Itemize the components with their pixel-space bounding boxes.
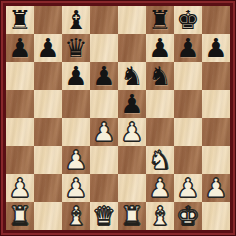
square-c5[interactable] bbox=[62, 90, 90, 118]
square-f1[interactable]: ♝ bbox=[146, 202, 174, 230]
square-d8[interactable] bbox=[90, 6, 118, 34]
piece-white-pawn[interactable]: ♟ bbox=[62, 146, 90, 174]
piece-white-pawn[interactable]: ♟ bbox=[174, 174, 202, 202]
square-e3[interactable] bbox=[118, 146, 146, 174]
square-b5[interactable] bbox=[34, 90, 62, 118]
square-d6[interactable]: ♟ bbox=[90, 62, 118, 90]
square-f6[interactable]: ♞ bbox=[146, 62, 174, 90]
square-e1[interactable]: ♜ bbox=[118, 202, 146, 230]
square-b6[interactable] bbox=[34, 62, 62, 90]
chess-board: ♜♝♜♚♟♟♛♟♟♟♟♟♞♞♟♟♟♟♞♟♟♟♟♟♜♝♛♜♝♚ bbox=[6, 6, 230, 230]
piece-white-pawn[interactable]: ♟ bbox=[62, 174, 90, 202]
square-h4[interactable] bbox=[202, 118, 230, 146]
piece-black-rook[interactable]: ♜ bbox=[146, 6, 174, 34]
square-b2[interactable] bbox=[34, 174, 62, 202]
square-a4[interactable] bbox=[6, 118, 34, 146]
square-b7[interactable]: ♟ bbox=[34, 34, 62, 62]
square-h7[interactable]: ♟ bbox=[202, 34, 230, 62]
square-g4[interactable] bbox=[174, 118, 202, 146]
square-c2[interactable]: ♟ bbox=[62, 174, 90, 202]
piece-white-pawn[interactable]: ♟ bbox=[6, 174, 34, 202]
piece-white-king[interactable]: ♚ bbox=[174, 202, 202, 230]
square-b3[interactable] bbox=[34, 146, 62, 174]
piece-white-pawn[interactable]: ♟ bbox=[146, 174, 174, 202]
square-d2[interactable] bbox=[90, 174, 118, 202]
square-a7[interactable]: ♟ bbox=[6, 34, 34, 62]
square-b1[interactable] bbox=[34, 202, 62, 230]
square-g5[interactable] bbox=[174, 90, 202, 118]
square-e6[interactable]: ♞ bbox=[118, 62, 146, 90]
piece-white-bishop[interactable]: ♝ bbox=[62, 202, 90, 230]
square-g8[interactable]: ♚ bbox=[174, 6, 202, 34]
square-a8[interactable]: ♜ bbox=[6, 6, 34, 34]
square-a1[interactable]: ♜ bbox=[6, 202, 34, 230]
square-a3[interactable] bbox=[6, 146, 34, 174]
square-f4[interactable] bbox=[146, 118, 174, 146]
piece-black-rook[interactable]: ♜ bbox=[6, 6, 34, 34]
square-a5[interactable] bbox=[6, 90, 34, 118]
square-e4[interactable]: ♟ bbox=[118, 118, 146, 146]
square-c7[interactable]: ♛ bbox=[62, 34, 90, 62]
square-g1[interactable]: ♚ bbox=[174, 202, 202, 230]
square-c8[interactable]: ♝ bbox=[62, 6, 90, 34]
square-b4[interactable] bbox=[34, 118, 62, 146]
piece-white-queen[interactable]: ♛ bbox=[90, 202, 118, 230]
piece-black-knight[interactable]: ♞ bbox=[146, 62, 174, 90]
square-f2[interactable]: ♟ bbox=[146, 174, 174, 202]
square-h2[interactable]: ♟ bbox=[202, 174, 230, 202]
square-e5[interactable]: ♟ bbox=[118, 90, 146, 118]
square-d4[interactable]: ♟ bbox=[90, 118, 118, 146]
board-frame: ♜♝♜♚♟♟♛♟♟♟♟♟♞♞♟♟♟♟♞♟♟♟♟♟♜♝♛♜♝♚ bbox=[0, 0, 236, 236]
square-h5[interactable] bbox=[202, 90, 230, 118]
square-f8[interactable]: ♜ bbox=[146, 6, 174, 34]
piece-white-pawn[interactable]: ♟ bbox=[118, 118, 146, 146]
square-h1[interactable] bbox=[202, 202, 230, 230]
piece-black-pawn[interactable]: ♟ bbox=[202, 34, 230, 62]
square-d1[interactable]: ♛ bbox=[90, 202, 118, 230]
piece-white-bishop[interactable]: ♝ bbox=[146, 202, 174, 230]
square-e7[interactable] bbox=[118, 34, 146, 62]
piece-black-pawn[interactable]: ♟ bbox=[6, 34, 34, 62]
piece-white-knight[interactable]: ♞ bbox=[146, 146, 174, 174]
square-h3[interactable] bbox=[202, 146, 230, 174]
square-c6[interactable]: ♟ bbox=[62, 62, 90, 90]
piece-black-pawn[interactable]: ♟ bbox=[34, 34, 62, 62]
square-d5[interactable] bbox=[90, 90, 118, 118]
piece-white-rook[interactable]: ♜ bbox=[118, 202, 146, 230]
square-a6[interactable] bbox=[6, 62, 34, 90]
square-h8[interactable] bbox=[202, 6, 230, 34]
piece-black-queen[interactable]: ♛ bbox=[62, 34, 90, 62]
piece-black-pawn[interactable]: ♟ bbox=[174, 34, 202, 62]
piece-white-pawn[interactable]: ♟ bbox=[90, 118, 118, 146]
square-d3[interactable] bbox=[90, 146, 118, 174]
square-g2[interactable]: ♟ bbox=[174, 174, 202, 202]
square-f7[interactable]: ♟ bbox=[146, 34, 174, 62]
square-e2[interactable] bbox=[118, 174, 146, 202]
piece-black-pawn[interactable]: ♟ bbox=[146, 34, 174, 62]
square-c4[interactable] bbox=[62, 118, 90, 146]
square-c1[interactable]: ♝ bbox=[62, 202, 90, 230]
square-g6[interactable] bbox=[174, 62, 202, 90]
piece-black-king[interactable]: ♚ bbox=[174, 6, 202, 34]
square-f5[interactable] bbox=[146, 90, 174, 118]
square-g3[interactable] bbox=[174, 146, 202, 174]
square-d7[interactable] bbox=[90, 34, 118, 62]
piece-black-pawn[interactable]: ♟ bbox=[62, 62, 90, 90]
square-g7[interactable]: ♟ bbox=[174, 34, 202, 62]
piece-black-knight[interactable]: ♞ bbox=[118, 62, 146, 90]
square-a2[interactable]: ♟ bbox=[6, 174, 34, 202]
piece-white-pawn[interactable]: ♟ bbox=[202, 174, 230, 202]
square-f3[interactable]: ♞ bbox=[146, 146, 174, 174]
square-h6[interactable] bbox=[202, 62, 230, 90]
square-e8[interactable] bbox=[118, 6, 146, 34]
square-c3[interactable]: ♟ bbox=[62, 146, 90, 174]
square-b8[interactable] bbox=[34, 6, 62, 34]
piece-white-rook[interactable]: ♜ bbox=[6, 202, 34, 230]
piece-black-pawn[interactable]: ♟ bbox=[90, 62, 118, 90]
piece-black-pawn[interactable]: ♟ bbox=[118, 90, 146, 118]
piece-black-bishop[interactable]: ♝ bbox=[62, 6, 90, 34]
